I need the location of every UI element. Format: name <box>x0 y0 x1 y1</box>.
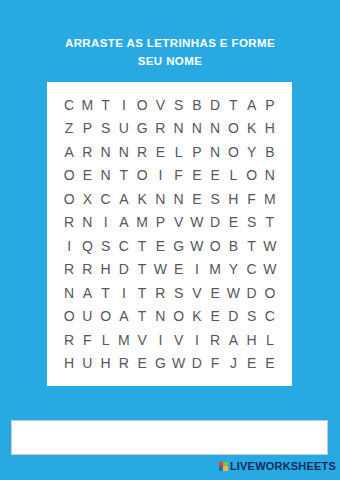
letter-cell[interactable]: S <box>243 305 261 329</box>
letter-cell[interactable]: C <box>60 93 78 117</box>
letter-cell[interactable]: S <box>97 234 115 258</box>
letter-cell[interactable]: O <box>133 93 151 117</box>
letter-cell[interactable]: V <box>151 93 169 117</box>
letter-cell[interactable]: N <box>97 140 115 164</box>
letter-cell[interactable]: W <box>188 211 206 235</box>
letter-cell[interactable]: M <box>206 258 224 282</box>
letter-cell[interactable]: T <box>97 281 115 305</box>
letter-cell[interactable]: D <box>115 258 133 282</box>
letter-cell[interactable]: A <box>115 305 133 329</box>
letter-cell[interactable]: A <box>78 281 96 305</box>
letter-cell[interactable]: W <box>224 281 242 305</box>
letter-cell[interactable]: W <box>151 258 169 282</box>
letter-cell[interactable]: S <box>170 281 188 305</box>
letter-cell[interactable]: I <box>115 281 133 305</box>
letter-cell[interactable]: T <box>97 93 115 117</box>
letter-cell[interactable]: O <box>261 281 279 305</box>
letter-cell[interactable]: V <box>170 211 188 235</box>
letter-cell[interactable]: Q <box>78 234 96 258</box>
letter-cell[interactable]: O <box>60 164 78 188</box>
letter-cell[interactable]: W <box>188 234 206 258</box>
letter-cell[interactable]: O <box>243 164 261 188</box>
letter-cell[interactable]: M <box>78 93 96 117</box>
letter-cell[interactable]: H <box>243 328 261 352</box>
letter-cell[interactable]: L <box>170 140 188 164</box>
letter-cell[interactable]: T <box>133 281 151 305</box>
letter-cell[interactable]: N <box>115 140 133 164</box>
letter-cell[interactable]: N <box>170 117 188 141</box>
letter-cell[interactable]: E <box>151 140 169 164</box>
letter-cell[interactable]: I <box>60 234 78 258</box>
letter-cell[interactable]: U <box>78 352 96 376</box>
letter-cell[interactable]: D <box>188 352 206 376</box>
letter-cell[interactable]: T <box>133 305 151 329</box>
letter-cell[interactable]: O <box>60 305 78 329</box>
letter-cell[interactable]: F <box>170 164 188 188</box>
title-line-1: ARRASTE AS LETRINHAS E FORME <box>0 34 340 52</box>
title-line-2: SEU NOME <box>0 52 340 70</box>
letter-cell[interactable]: B <box>261 140 279 164</box>
letter-cell[interactable]: T <box>133 258 151 282</box>
letter-cell[interactable]: N <box>206 140 224 164</box>
letter-cell[interactable]: N <box>151 187 169 211</box>
letter-cell[interactable]: Z <box>60 117 78 141</box>
letter-cell[interactable]: F <box>78 328 96 352</box>
letter-cell[interactable]: H <box>224 187 242 211</box>
worksheet-page: ARRASTE AS LETRINHAS E FORME SEU NOME CM… <box>0 0 340 480</box>
word-search-card: CMTIOVSBDTAPZPSUGRNNNOKHARNNRELPNOYBOENT… <box>47 82 292 386</box>
letter-cell[interactable]: C <box>261 305 279 329</box>
letter-cell[interactable]: V <box>188 281 206 305</box>
letter-cell[interactable]: O <box>133 164 151 188</box>
letter-cell[interactable]: N <box>97 164 115 188</box>
letter-cell[interactable]: A <box>243 93 261 117</box>
letter-cell[interactable]: V <box>133 328 151 352</box>
letter-cell[interactable]: D <box>243 281 261 305</box>
letter-cell[interactable]: I <box>97 211 115 235</box>
letter-cell[interactable]: U <box>78 305 96 329</box>
letter-cell[interactable]: N <box>60 281 78 305</box>
letter-cell[interactable]: H <box>60 352 78 376</box>
letter-cell[interactable]: P <box>188 140 206 164</box>
brand-text: LIVEWORKSHEETS <box>230 460 336 472</box>
letter-cell[interactable]: E <box>188 187 206 211</box>
letter-cell[interactable]: S <box>206 187 224 211</box>
letter-cell[interactable]: G <box>133 117 151 141</box>
letter-cell[interactable]: S <box>170 93 188 117</box>
letter-cell[interactable]: R <box>60 258 78 282</box>
letter-cell[interactable]: T <box>115 164 133 188</box>
letter-cell[interactable]: N <box>170 187 188 211</box>
letter-cell[interactable]: R <box>78 140 96 164</box>
letter-cell[interactable]: O <box>224 140 242 164</box>
letter-cell[interactable]: V <box>170 328 188 352</box>
letter-cell[interactable]: H <box>97 258 115 282</box>
letter-cell[interactable]: K <box>188 305 206 329</box>
letter-cell[interactable]: E <box>206 305 224 329</box>
letter-cell[interactable]: L <box>224 164 242 188</box>
letter-cell[interactable]: W <box>170 352 188 376</box>
letter-cell[interactable]: S <box>243 211 261 235</box>
letter-cell[interactable]: O <box>224 117 242 141</box>
letter-cell[interactable]: R <box>133 140 151 164</box>
letter-cell[interactable]: N <box>151 305 169 329</box>
letter-cell[interactable]: B <box>224 234 242 258</box>
letter-cell[interactable]: S <box>97 117 115 141</box>
letter-cell[interactable]: I <box>115 93 133 117</box>
letter-cell[interactable]: N <box>188 117 206 141</box>
letter-cell[interactable]: P <box>261 93 279 117</box>
letter-cell[interactable]: Y <box>224 258 242 282</box>
letter-cell[interactable]: T <box>261 211 279 235</box>
letter-cell[interactable]: E <box>170 258 188 282</box>
name-answer-input[interactable] <box>11 420 328 455</box>
letter-cell[interactable]: W <box>261 258 279 282</box>
letter-cell[interactable]: R <box>78 258 96 282</box>
letter-cell[interactable]: A <box>115 211 133 235</box>
letter-grid: CMTIOVSBDTAPZPSUGRNNNOKHARNNRELPNOYBOENT… <box>60 93 279 375</box>
page-title: ARRASTE AS LETRINHAS E FORME SEU NOME <box>0 34 340 70</box>
letter-cell[interactable]: E <box>133 352 151 376</box>
letter-cell[interactable]: K <box>243 117 261 141</box>
letter-cell[interactable]: N <box>78 211 96 235</box>
letter-cell[interactable]: A <box>60 140 78 164</box>
letter-cell[interactable]: I <box>151 164 169 188</box>
letter-cell[interactable]: I <box>188 328 206 352</box>
letter-cell[interactable]: R <box>115 352 133 376</box>
letter-cell[interactable]: K <box>133 187 151 211</box>
letter-cell[interactable]: L <box>261 328 279 352</box>
letter-cell[interactable]: D <box>206 93 224 117</box>
letter-cell[interactable]: F <box>206 352 224 376</box>
letter-cell[interactable]: J <box>224 352 242 376</box>
letter-cell[interactable]: U <box>115 117 133 141</box>
letter-cell[interactable]: R <box>60 211 78 235</box>
letter-cell[interactable]: T <box>224 93 242 117</box>
logo-quadrant <box>223 466 228 471</box>
letter-cell[interactable]: A <box>224 328 242 352</box>
letter-cell[interactable]: R <box>60 328 78 352</box>
letter-cell[interactable]: E <box>243 352 261 376</box>
letter-cell[interactable]: G <box>151 352 169 376</box>
letter-cell[interactable]: L <box>97 328 115 352</box>
letter-cell[interactable]: C <box>243 258 261 282</box>
letter-cell[interactable]: E <box>151 234 169 258</box>
liveworksheets-logo-icon <box>219 462 228 471</box>
letter-cell[interactable]: T <box>243 234 261 258</box>
letter-cell[interactable]: W <box>261 234 279 258</box>
letter-cell[interactable]: E <box>206 281 224 305</box>
letter-cell[interactable]: O <box>97 305 115 329</box>
letter-cell[interactable]: N <box>206 117 224 141</box>
letter-cell[interactable]: B <box>188 93 206 117</box>
letter-cell[interactable]: X <box>78 187 96 211</box>
letter-cell[interactable]: M <box>133 211 151 235</box>
letter-cell[interactable]: M <box>115 328 133 352</box>
letter-cell[interactable]: G <box>170 234 188 258</box>
footer-branding: LIVEWORKSHEETS <box>219 460 336 472</box>
letter-cell[interactable]: P <box>78 117 96 141</box>
letter-cell[interactable]: E <box>78 164 96 188</box>
letter-cell[interactable]: D <box>224 305 242 329</box>
letter-cell[interactable]: H <box>97 352 115 376</box>
letter-cell[interactable]: Y <box>243 140 261 164</box>
letter-cell[interactable]: M <box>261 187 279 211</box>
letter-cell[interactable]: E <box>188 164 206 188</box>
letter-cell[interactable]: D <box>206 211 224 235</box>
letter-cell[interactable]: H <box>261 117 279 141</box>
letter-cell[interactable]: R <box>151 117 169 141</box>
letter-cell[interactable]: F <box>243 187 261 211</box>
letter-cell[interactable]: O <box>60 187 78 211</box>
letter-cell[interactable]: R <box>151 281 169 305</box>
letter-cell[interactable]: A <box>115 187 133 211</box>
letter-cell[interactable]: I <box>188 258 206 282</box>
letter-cell[interactable]: C <box>97 187 115 211</box>
letter-cell[interactable]: N <box>261 164 279 188</box>
letter-cell[interactable]: C <box>115 234 133 258</box>
letter-cell[interactable]: R <box>206 328 224 352</box>
letter-cell[interactable]: E <box>261 352 279 376</box>
letter-cell[interactable]: E <box>206 164 224 188</box>
letter-cell[interactable]: T <box>133 234 151 258</box>
letter-cell[interactable]: P <box>151 211 169 235</box>
letter-cell[interactable]: I <box>151 328 169 352</box>
letter-cell[interactable]: E <box>224 211 242 235</box>
letter-cell[interactable]: O <box>170 305 188 329</box>
letter-cell[interactable]: O <box>206 234 224 258</box>
